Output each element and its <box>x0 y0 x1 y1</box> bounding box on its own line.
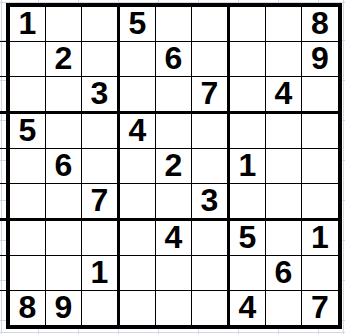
cell-r8c1[interactable] <box>10 256 46 291</box>
spreadsheet-background: 1582693745462173451168947 <box>0 0 345 334</box>
cell-r1c6[interactable] <box>192 7 230 42</box>
cell-r9c2[interactable]: 9 <box>46 291 82 325</box>
cell-r6c8[interactable] <box>266 184 302 221</box>
cell-r3c9[interactable] <box>302 77 338 114</box>
cell-r5c1[interactable] <box>10 149 46 184</box>
given-digit: 7 <box>91 184 109 216</box>
cell-r8c6[interactable] <box>192 256 230 291</box>
given-digit: 7 <box>201 77 219 109</box>
cell-r9c8[interactable] <box>266 291 302 325</box>
cell-r9c5[interactable] <box>156 291 192 325</box>
cell-r9c4[interactable] <box>120 291 156 325</box>
given-digit: 4 <box>165 221 183 253</box>
cell-r2c3[interactable] <box>82 42 120 77</box>
given-digit: 2 <box>165 149 183 181</box>
cell-r6c2[interactable] <box>46 184 82 221</box>
cell-r1c3[interactable] <box>82 7 120 42</box>
cell-r4c6[interactable] <box>192 114 230 149</box>
cell-r4c1[interactable]: 5 <box>10 114 46 149</box>
given-digit: 3 <box>201 184 219 216</box>
given-digit: 4 <box>239 291 257 323</box>
given-digit: 1 <box>19 7 37 39</box>
cell-r6c9[interactable] <box>302 184 338 221</box>
cell-r1c9[interactable]: 8 <box>302 7 338 42</box>
cell-r7c6[interactable] <box>192 221 230 256</box>
cell-r2c4[interactable] <box>120 42 156 77</box>
cell-r5c5[interactable]: 2 <box>156 149 192 184</box>
cell-r4c7[interactable] <box>230 114 266 149</box>
given-digit: 1 <box>239 149 257 181</box>
cell-r3c6[interactable]: 7 <box>192 77 230 114</box>
cell-r7c7[interactable]: 5 <box>230 221 266 256</box>
spreadsheet-gridline-vertical <box>343 0 344 334</box>
cell-r6c4[interactable] <box>120 184 156 221</box>
cell-r9c3[interactable] <box>82 291 120 325</box>
cell-r2c9[interactable]: 9 <box>302 42 338 77</box>
cell-r3c5[interactable] <box>156 77 192 114</box>
cell-r3c4[interactable] <box>120 77 156 114</box>
given-digit: 6 <box>55 149 73 181</box>
cell-r2c6[interactable] <box>192 42 230 77</box>
spreadsheet-gridline-horizontal <box>0 332 345 333</box>
cell-r2c1[interactable] <box>10 42 46 77</box>
cell-r8c4[interactable] <box>120 256 156 291</box>
cell-r7c5[interactable]: 4 <box>156 221 192 256</box>
cell-r6c3[interactable]: 7 <box>82 184 120 221</box>
cell-r7c1[interactable] <box>10 221 46 256</box>
sudoku-board: 1582693745462173451168947 <box>6 3 342 329</box>
cell-r2c5[interactable]: 6 <box>156 42 192 77</box>
cell-r2c2[interactable]: 2 <box>46 42 82 77</box>
cell-r4c8[interactable] <box>266 114 302 149</box>
cell-r1c1[interactable]: 1 <box>10 7 46 42</box>
cell-r1c8[interactable] <box>266 7 302 42</box>
given-digit: 4 <box>129 114 147 146</box>
given-digit: 5 <box>239 221 257 253</box>
given-digit: 1 <box>311 221 329 253</box>
cell-r1c5[interactable] <box>156 7 192 42</box>
cell-r7c2[interactable] <box>46 221 82 256</box>
cell-r4c5[interactable] <box>156 114 192 149</box>
cell-r8c5[interactable] <box>156 256 192 291</box>
cell-r6c5[interactable] <box>156 184 192 221</box>
cell-r2c8[interactable] <box>266 42 302 77</box>
cell-r7c4[interactable] <box>120 221 156 256</box>
given-digit: 1 <box>91 256 109 288</box>
cell-r5c3[interactable] <box>82 149 120 184</box>
cell-r5c2[interactable]: 6 <box>46 149 82 184</box>
given-digit: 5 <box>19 114 37 146</box>
cell-r9c1[interactable]: 8 <box>10 291 46 325</box>
cell-r5c6[interactable] <box>192 149 230 184</box>
given-digit: 6 <box>165 42 183 74</box>
cell-r3c8[interactable]: 4 <box>266 77 302 114</box>
cell-r5c9[interactable] <box>302 149 338 184</box>
cell-r7c9[interactable]: 1 <box>302 221 338 256</box>
cell-r1c2[interactable] <box>46 7 82 42</box>
cell-r4c3[interactable] <box>82 114 120 149</box>
given-digit: 2 <box>55 42 73 74</box>
cell-r8c8[interactable]: 6 <box>266 256 302 291</box>
cell-r6c1[interactable] <box>10 184 46 221</box>
spreadsheet-gridline-vertical <box>1 0 2 334</box>
cell-r9c6[interactable] <box>192 291 230 325</box>
cell-r8c9[interactable] <box>302 256 338 291</box>
cell-r8c7[interactable] <box>230 256 266 291</box>
cell-r6c6[interactable]: 3 <box>192 184 230 221</box>
cell-r6c7[interactable] <box>230 184 266 221</box>
cell-r2c7[interactable] <box>230 42 266 77</box>
given-digit: 9 <box>55 291 73 323</box>
cell-r1c7[interactable] <box>230 7 266 42</box>
cell-r5c8[interactable] <box>266 149 302 184</box>
given-digit: 4 <box>275 77 293 109</box>
cell-r4c2[interactable] <box>46 114 82 149</box>
cell-r3c3[interactable]: 3 <box>82 77 120 114</box>
cell-r7c3[interactable] <box>82 221 120 256</box>
cell-r1c4[interactable]: 5 <box>120 7 156 42</box>
given-digit: 8 <box>19 291 37 323</box>
cell-r8c2[interactable] <box>46 256 82 291</box>
given-digit: 8 <box>311 7 329 39</box>
given-digit: 9 <box>311 42 329 74</box>
given-digit: 3 <box>91 77 109 109</box>
cell-r5c4[interactable] <box>120 149 156 184</box>
given-digit: 7 <box>311 291 329 323</box>
cell-r3c1[interactable] <box>10 77 46 114</box>
cell-r9c9[interactable]: 7 <box>302 291 338 325</box>
given-digit: 6 <box>275 256 293 288</box>
cell-r3c7[interactable] <box>230 77 266 114</box>
cell-r4c9[interactable] <box>302 114 338 149</box>
cell-r3c2[interactable] <box>46 77 82 114</box>
cell-r9c7[interactable]: 4 <box>230 291 266 325</box>
cell-r8c3[interactable]: 1 <box>82 256 120 291</box>
cell-r4c4[interactable]: 4 <box>120 114 156 149</box>
cell-r5c7[interactable]: 1 <box>230 149 266 184</box>
given-digit: 5 <box>129 7 147 39</box>
cell-r7c8[interactable] <box>266 221 302 256</box>
